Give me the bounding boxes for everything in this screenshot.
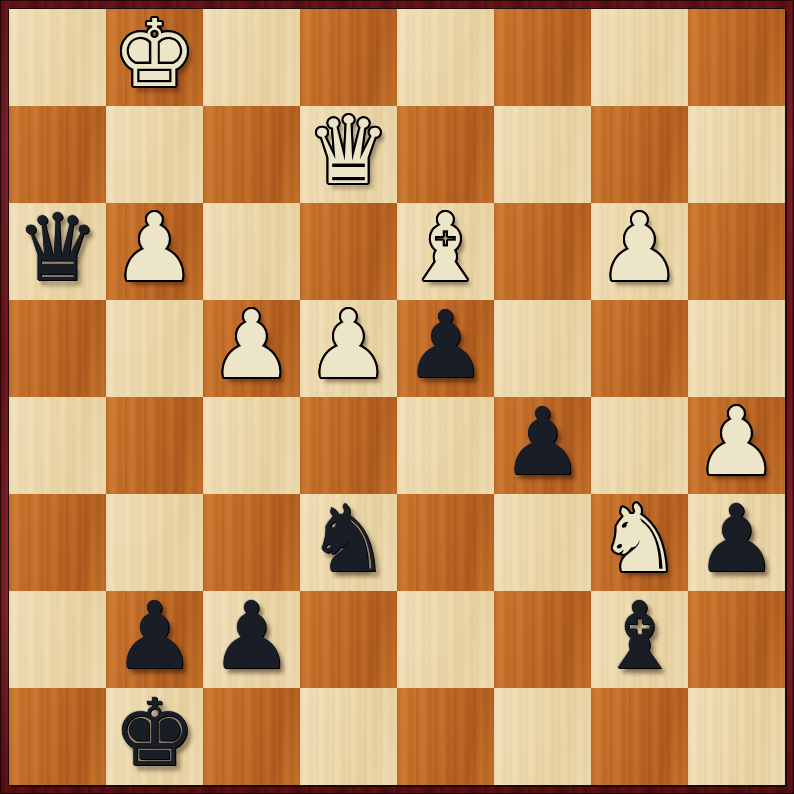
board-frame: ♚♛♛♟♝♟♟♟♟♟♟♞♞♟♟♟♝♚ — [0, 0, 794, 794]
square-g6[interactable]: ♟ — [591, 203, 688, 300]
white-pawn-g6[interactable]: ♟ — [598, 200, 681, 297]
square-a7[interactable] — [9, 106, 106, 203]
square-d5[interactable]: ♟ — [300, 300, 397, 397]
square-a3[interactable] — [9, 494, 106, 591]
black-pawn-c2[interactable]: ♟ — [210, 588, 293, 685]
square-c5[interactable]: ♟ — [203, 300, 300, 397]
square-h6[interactable] — [688, 203, 785, 300]
black-pawn-f4[interactable]: ♟ — [501, 394, 584, 491]
square-d8[interactable] — [300, 9, 397, 106]
square-c2[interactable]: ♟ — [203, 591, 300, 688]
square-b8[interactable]: ♚ — [106, 9, 203, 106]
black-pawn-e5[interactable]: ♟ — [404, 297, 487, 394]
square-h5[interactable] — [688, 300, 785, 397]
square-f5[interactable] — [494, 300, 591, 397]
square-d7[interactable]: ♛ — [300, 106, 397, 203]
white-bishop-e6[interactable]: ♝ — [404, 200, 487, 297]
square-b5[interactable] — [106, 300, 203, 397]
chess-board: ♚♛♛♟♝♟♟♟♟♟♟♞♞♟♟♟♝♚ — [9, 9, 785, 785]
white-pawn-b6[interactable]: ♟ — [113, 200, 196, 297]
square-a5[interactable] — [9, 300, 106, 397]
square-d3[interactable]: ♞ — [300, 494, 397, 591]
square-e2[interactable] — [397, 591, 494, 688]
square-e4[interactable] — [397, 397, 494, 494]
square-b4[interactable] — [106, 397, 203, 494]
square-e1[interactable] — [397, 688, 494, 785]
square-b2[interactable]: ♟ — [106, 591, 203, 688]
square-a2[interactable] — [9, 591, 106, 688]
white-knight-g3[interactable]: ♞ — [598, 491, 681, 588]
square-a8[interactable] — [9, 9, 106, 106]
square-a6[interactable]: ♛ — [9, 203, 106, 300]
square-b3[interactable] — [106, 494, 203, 591]
square-h3[interactable]: ♟ — [688, 494, 785, 591]
square-a1[interactable] — [9, 688, 106, 785]
square-f1[interactable] — [494, 688, 591, 785]
square-g2[interactable]: ♝ — [591, 591, 688, 688]
square-f4[interactable]: ♟ — [494, 397, 591, 494]
square-c4[interactable] — [203, 397, 300, 494]
square-g1[interactable] — [591, 688, 688, 785]
square-b6[interactable]: ♟ — [106, 203, 203, 300]
white-pawn-h4[interactable]: ♟ — [695, 394, 778, 491]
black-queen-a6[interactable]: ♛ — [16, 200, 99, 297]
square-h2[interactable] — [688, 591, 785, 688]
square-b7[interactable] — [106, 106, 203, 203]
square-b1[interactable]: ♚ — [106, 688, 203, 785]
white-king-b8[interactable]: ♚ — [113, 6, 196, 103]
square-e3[interactable] — [397, 494, 494, 591]
square-f6[interactable] — [494, 203, 591, 300]
square-a4[interactable] — [9, 397, 106, 494]
square-c3[interactable] — [203, 494, 300, 591]
square-g8[interactable] — [591, 9, 688, 106]
black-knight-d3[interactable]: ♞ — [307, 491, 390, 588]
square-f7[interactable] — [494, 106, 591, 203]
square-d6[interactable] — [300, 203, 397, 300]
square-d1[interactable] — [300, 688, 397, 785]
square-g4[interactable] — [591, 397, 688, 494]
square-e8[interactable] — [397, 9, 494, 106]
black-pawn-b2[interactable]: ♟ — [113, 588, 196, 685]
square-d4[interactable] — [300, 397, 397, 494]
square-c8[interactable] — [203, 9, 300, 106]
black-bishop-g2[interactable]: ♝ — [598, 588, 681, 685]
black-pawn-h3[interactable]: ♟ — [695, 491, 778, 588]
white-queen-d7[interactable]: ♛ — [307, 103, 390, 200]
square-f8[interactable] — [494, 9, 591, 106]
square-h4[interactable]: ♟ — [688, 397, 785, 494]
square-g3[interactable]: ♞ — [591, 494, 688, 591]
square-e5[interactable]: ♟ — [397, 300, 494, 397]
square-c6[interactable] — [203, 203, 300, 300]
square-f3[interactable] — [494, 494, 591, 591]
white-pawn-d5[interactable]: ♟ — [307, 297, 390, 394]
square-f2[interactable] — [494, 591, 591, 688]
square-h7[interactable] — [688, 106, 785, 203]
white-pawn-c5[interactable]: ♟ — [210, 297, 293, 394]
black-king-b1[interactable]: ♚ — [113, 685, 196, 782]
square-e6[interactable]: ♝ — [397, 203, 494, 300]
square-h1[interactable] — [688, 688, 785, 785]
square-g5[interactable] — [591, 300, 688, 397]
square-d2[interactable] — [300, 591, 397, 688]
square-c7[interactable] — [203, 106, 300, 203]
square-e7[interactable] — [397, 106, 494, 203]
square-h8[interactable] — [688, 9, 785, 106]
square-g7[interactable] — [591, 106, 688, 203]
square-c1[interactable] — [203, 688, 300, 785]
